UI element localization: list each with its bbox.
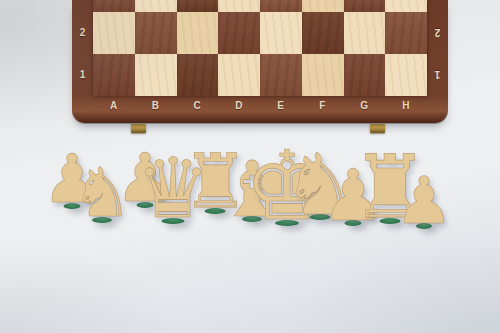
file-label-a: A bbox=[93, 100, 135, 111]
square-a1[interactable] bbox=[93, 54, 135, 96]
square-e2[interactable] bbox=[260, 12, 302, 54]
square-g2[interactable] bbox=[344, 12, 386, 54]
photo-scene: ABCDEFGH 2121 ♟♞♟♛♜♝♚♞♟♜♟ bbox=[0, 0, 500, 333]
square-f2[interactable] bbox=[302, 12, 344, 54]
square-f3[interactable] bbox=[302, 0, 344, 12]
square-b1[interactable] bbox=[135, 54, 177, 96]
square-h3[interactable] bbox=[385, 0, 427, 12]
chess-board: ABCDEFGH 2121 bbox=[72, 0, 448, 123]
square-a3[interactable] bbox=[93, 0, 135, 12]
file-label-d: D bbox=[218, 100, 260, 111]
file-label-c: C bbox=[177, 100, 219, 111]
brass-hinge-right bbox=[370, 124, 385, 133]
pawn-glyph: ♟ bbox=[395, 168, 453, 233]
rank-label-right-1: 1 bbox=[427, 69, 448, 80]
square-e3[interactable] bbox=[260, 0, 302, 12]
square-d2[interactable] bbox=[218, 12, 260, 54]
square-d3[interactable] bbox=[218, 0, 260, 12]
square-b2[interactable] bbox=[135, 12, 177, 54]
file-label-h: H bbox=[385, 100, 427, 111]
square-g3[interactable] bbox=[344, 0, 386, 12]
square-b3[interactable] bbox=[135, 0, 177, 12]
square-h2[interactable] bbox=[385, 12, 427, 54]
rank-label-right-2: 2 bbox=[427, 27, 448, 38]
board-squares bbox=[93, 0, 427, 96]
brass-hinge-left bbox=[131, 124, 146, 133]
square-c2[interactable] bbox=[177, 12, 219, 54]
square-h1[interactable] bbox=[385, 54, 427, 96]
file-label-b: B bbox=[135, 100, 177, 111]
square-g1[interactable] bbox=[344, 54, 386, 96]
square-c1[interactable] bbox=[177, 54, 219, 96]
file-label-e: E bbox=[260, 100, 302, 111]
file-label-f: F bbox=[302, 100, 344, 111]
piece-white-pawn-11[interactable]: ♟ bbox=[376, 171, 472, 229]
square-e1[interactable] bbox=[260, 54, 302, 96]
square-f1[interactable] bbox=[302, 54, 344, 96]
rank-label-left-1: 1 bbox=[72, 69, 93, 80]
file-label-g: G bbox=[344, 100, 386, 111]
rank-label-left-2: 2 bbox=[72, 27, 93, 38]
square-c3[interactable] bbox=[177, 0, 219, 12]
square-d1[interactable] bbox=[218, 54, 260, 96]
square-a2[interactable] bbox=[93, 12, 135, 54]
